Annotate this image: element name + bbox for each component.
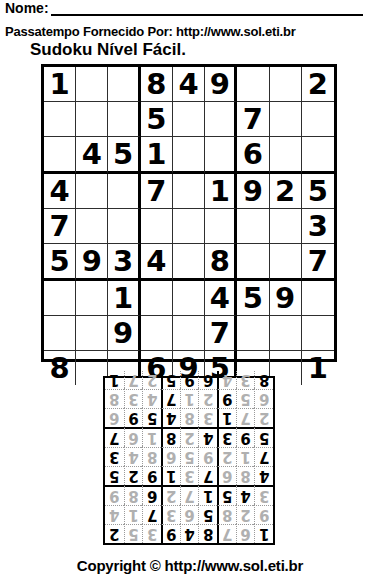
sudoku-solution-grid: 1678493529285637143451726894867319257129… — [103, 376, 275, 545]
solution-cell-r1c9: 2 — [105, 524, 124, 543]
solution-cell-r4c9: 5 — [105, 466, 124, 485]
puzzle-cell-r3c2: 4 — [76, 137, 108, 174]
puzzle-cell-r3c3: 5 — [108, 137, 140, 174]
puzzle-cell-r5c6[interactable] — [205, 209, 237, 244]
solution-cell-r8c1: 6 — [254, 389, 273, 408]
puzzle-cell-r4c1: 4 — [44, 174, 76, 209]
solution-cell-r7c7: 5 — [142, 408, 161, 427]
puzzle-cell-r6c9: 7 — [302, 244, 334, 281]
puzzle-cell-r7c8: 9 — [270, 281, 302, 316]
puzzle-cell-r1c7[interactable] — [237, 67, 269, 102]
solution-cell-r8c9: 8 — [105, 389, 124, 408]
solution-cell-r7c1: 2 — [254, 408, 273, 427]
solution-cell-r9c7: 2 — [142, 371, 161, 389]
solution-cell-r8c5: 1 — [180, 389, 199, 408]
solution-cell-r9c3: 4 — [217, 371, 236, 389]
solution-cell-r5c9: 3 — [105, 447, 124, 466]
solution-cell-r2c3: 8 — [217, 505, 236, 524]
name-label: Nome: — [5, 1, 49, 16]
puzzle-cell-r2c7: 7 — [237, 102, 269, 137]
puzzle-cell-r7c1[interactable] — [44, 281, 76, 316]
puzzle-cell-r4c8: 2 — [270, 174, 302, 209]
provider-line: Passatempo Fornecido Por: http://www.sol… — [5, 24, 296, 39]
puzzle-cell-r7c4[interactable] — [141, 281, 173, 316]
solution-cell-r5c1: 7 — [254, 447, 273, 466]
solution-cell-r1c6: 9 — [161, 524, 180, 543]
solution-cell-r7c5: 8 — [180, 408, 199, 427]
solution-cell-r2c6: 3 — [161, 505, 180, 524]
solution-cell-r4c1: 4 — [254, 466, 273, 485]
solution-cell-r4c6: 1 — [161, 466, 180, 485]
solution-cell-r7c9: 6 — [105, 408, 124, 427]
puzzle-cell-r1c3[interactable] — [108, 67, 140, 102]
puzzle-cell-r8c6: 7 — [205, 316, 237, 351]
puzzle-cell-r1c5: 4 — [173, 67, 205, 102]
puzzle-cell-r2c4: 5 — [141, 102, 173, 137]
puzzle-cell-r5c8[interactable] — [270, 209, 302, 244]
puzzle-cell-r8c9[interactable] — [302, 316, 334, 351]
solution-cell-r1c1: 1 — [254, 524, 273, 543]
solution-cell-r7c4: 3 — [198, 408, 217, 427]
puzzle-cell-r5c9: 3 — [302, 209, 334, 244]
solution-cell-r4c2: 8 — [236, 466, 255, 485]
puzzle-cell-r4c5[interactable] — [173, 174, 205, 209]
solution-cell-r6c5: 2 — [180, 427, 199, 447]
puzzle-cell-r2c5[interactable] — [173, 102, 205, 137]
puzzle-cell-r3c7: 6 — [237, 137, 269, 174]
solution-cell-r8c3: 9 — [217, 389, 236, 408]
puzzle-cell-r8c5[interactable] — [173, 316, 205, 351]
puzzle-cell-r2c9[interactable] — [302, 102, 334, 137]
puzzle-cell-r4c7: 9 — [237, 174, 269, 209]
puzzle-cell-r2c3[interactable] — [108, 102, 140, 137]
puzzle-cell-r7c7: 5 — [237, 281, 269, 316]
solution-cell-r5c3: 2 — [217, 447, 236, 466]
puzzle-cell-r5c4[interactable] — [141, 209, 173, 244]
solution-cell-r8c8: 3 — [124, 389, 143, 408]
puzzle-cell-r4c6: 1 — [205, 174, 237, 209]
solution-cell-r5c6: 6 — [161, 447, 180, 466]
puzzle-cell-r4c4: 7 — [141, 174, 173, 209]
puzzle-cell-r2c1[interactable] — [44, 102, 76, 137]
solution-cell-r4c5: 3 — [180, 466, 199, 485]
solution-cell-r3c8: 8 — [124, 485, 143, 505]
solution-cell-r9c4: 6 — [198, 371, 217, 389]
puzzle-cell-r6c5[interactable] — [173, 244, 205, 281]
solution-cell-r3c7: 6 — [142, 485, 161, 505]
puzzle-cell-r8c3: 9 — [108, 316, 140, 351]
solution-cell-r1c7: 3 — [142, 524, 161, 543]
solution-cell-r6c1: 5 — [254, 427, 273, 447]
puzzle-cell-r1c4: 8 — [141, 67, 173, 102]
solution-cell-r7c3: 1 — [217, 408, 236, 427]
solution-cell-r6c4: 4 — [198, 427, 217, 447]
solution-cell-r8c2: 5 — [236, 389, 255, 408]
page-title: Sudoku Nível Fácil. — [30, 40, 186, 60]
solution-cell-r6c8: 6 — [124, 427, 143, 447]
solution-cell-r5c7: 8 — [142, 447, 161, 466]
solution-cell-r2c9: 4 — [105, 505, 124, 524]
solution-cell-r1c2: 6 — [236, 524, 255, 543]
puzzle-cell-r3c5[interactable] — [173, 137, 205, 174]
puzzle-cell-r1c2[interactable] — [76, 67, 108, 102]
puzzle-cell-r9c9: 1 — [302, 351, 334, 385]
solution-cell-r7c2: 7 — [236, 408, 255, 427]
puzzle-cell-r7c6: 4 — [205, 281, 237, 316]
puzzle-cell-r3c9[interactable] — [302, 137, 334, 174]
puzzle-cell-r3c8[interactable] — [270, 137, 302, 174]
puzzle-cell-r7c2[interactable] — [76, 281, 108, 316]
puzzle-cell-r6c1: 5 — [44, 244, 76, 281]
solution-cell-r5c4: 9 — [198, 447, 217, 466]
solution-cell-r3c6: 2 — [161, 485, 180, 505]
name-row: Nome: — [5, 1, 363, 16]
solution-cell-r3c4: 1 — [198, 485, 217, 505]
solution-cell-r6c2: 9 — [236, 427, 255, 447]
puzzle-cell-r8c7[interactable] — [237, 316, 269, 351]
puzzle-cell-r6c2: 9 — [76, 244, 108, 281]
solution-cell-r1c3: 7 — [217, 524, 236, 543]
solution-cell-r9c9: 1 — [105, 371, 124, 389]
puzzle-cell-r8c1[interactable] — [44, 316, 76, 351]
solution-cell-r7c8: 9 — [124, 408, 143, 427]
solution-cell-r9c6: 5 — [161, 371, 180, 389]
puzzle-cell-r6c6: 8 — [205, 244, 237, 281]
solution-cell-r6c6: 8 — [161, 427, 180, 447]
solution-cell-r8c7: 4 — [142, 389, 161, 408]
puzzle-cell-r4c9: 5 — [302, 174, 334, 209]
puzzle-cell-r7c3: 1 — [108, 281, 140, 316]
puzzle-cell-r8c8[interactable] — [270, 316, 302, 351]
puzzle-cell-r7c9[interactable] — [302, 281, 334, 316]
puzzle-cell-r7c5[interactable] — [173, 281, 205, 316]
puzzle-cell-r1c9: 2 — [302, 67, 334, 102]
solution-cell-r3c1: 3 — [254, 485, 273, 505]
solution-cell-r9c1: 8 — [254, 371, 273, 389]
puzzle-cell-r9c1: 8 — [44, 351, 76, 385]
solution-cell-r8c4: 2 — [198, 389, 217, 408]
solution-cell-r5c2: 1 — [236, 447, 255, 466]
puzzle-cell-r4c2[interactable] — [76, 174, 108, 209]
puzzle-cell-r4c3[interactable] — [108, 174, 140, 209]
solution-cell-r3c3: 5 — [217, 485, 236, 505]
solution-cell-r7c6: 4 — [161, 408, 180, 427]
copyright-line: Copyright © http://www.sol.eti.br — [0, 557, 380, 574]
solution-cell-r4c3: 6 — [217, 466, 236, 485]
solution-cell-r1c8: 5 — [124, 524, 143, 543]
name-fill-line[interactable] — [51, 1, 363, 16]
puzzle-cell-r6c8[interactable] — [270, 244, 302, 281]
puzzle-cell-r5c3[interactable] — [108, 209, 140, 244]
sudoku-puzzle-grid[interactable]: 184925745164719257359348714599786951 — [41, 64, 337, 362]
puzzle-cell-r6c7[interactable] — [237, 244, 269, 281]
worksheet-page: Nome: Passatempo Fornecido Por: http://w… — [0, 0, 380, 585]
puzzle-cell-r3c1[interactable] — [44, 137, 76, 174]
solution-cell-r6c9: 7 — [105, 427, 124, 447]
puzzle-cell-r8c2[interactable] — [76, 316, 108, 351]
puzzle-cell-r6c3: 3 — [108, 244, 140, 281]
puzzle-cell-r2c6[interactable] — [205, 102, 237, 137]
solution-cell-r5c8: 4 — [124, 447, 143, 466]
solution-cell-r3c2: 4 — [236, 485, 255, 505]
puzzle-cell-r5c7[interactable] — [237, 209, 269, 244]
puzzle-cell-r5c1: 7 — [44, 209, 76, 244]
puzzle-cell-r6c4: 4 — [141, 244, 173, 281]
puzzle-cell-r2c2[interactable] — [76, 102, 108, 137]
puzzle-cell-r8c4[interactable] — [141, 316, 173, 351]
solution-cell-r4c4: 7 — [198, 466, 217, 485]
solution-cell-r2c1: 9 — [254, 505, 273, 524]
puzzle-cell-r1c6: 9 — [205, 67, 237, 102]
solution-cell-r6c7: 1 — [142, 427, 161, 447]
puzzle-cell-r1c8[interactable] — [270, 67, 302, 102]
solution-cell-r1c4: 8 — [198, 524, 217, 543]
solution-cell-r9c8: 7 — [124, 371, 143, 389]
solution-cell-r3c5: 7 — [180, 485, 199, 505]
solution-cell-r2c8: 1 — [124, 505, 143, 524]
solution-cell-r4c7: 9 — [142, 466, 161, 485]
puzzle-cell-r5c5[interactable] — [173, 209, 205, 244]
solution-cell-r2c5: 6 — [180, 505, 199, 524]
solution-cell-r4c8: 2 — [124, 466, 143, 485]
puzzle-cell-r1c1: 1 — [44, 67, 76, 102]
solution-cell-r5c5: 5 — [180, 447, 199, 466]
solution-cell-r8c6: 7 — [161, 389, 180, 408]
solution-cell-r2c2: 2 — [236, 505, 255, 524]
puzzle-cell-r3c4: 1 — [141, 137, 173, 174]
solution-cell-r9c2: 3 — [236, 371, 255, 389]
solution-cell-r6c3: 3 — [217, 427, 236, 447]
puzzle-cell-r2c8[interactable] — [270, 102, 302, 137]
puzzle-cell-r5c2[interactable] — [76, 209, 108, 244]
solution-cell-r2c7: 7 — [142, 505, 161, 524]
puzzle-cell-r3c6[interactable] — [205, 137, 237, 174]
solution-cell-r3c9: 9 — [105, 485, 124, 505]
solution-cell-r1c5: 4 — [180, 524, 199, 543]
solution-cell-r2c4: 5 — [198, 505, 217, 524]
solution-cell-r9c5: 9 — [180, 371, 199, 389]
